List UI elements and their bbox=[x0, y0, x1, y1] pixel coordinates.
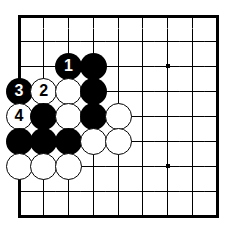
stone-black-2-5 bbox=[30, 103, 57, 130]
intersection-2-9[interactable] bbox=[31, 204, 56, 229]
move-number-label: 2 bbox=[39, 83, 48, 99]
intersection-3-1[interactable] bbox=[56, 4, 81, 29]
stone-white-1-5: 4 bbox=[6, 103, 33, 130]
intersection-6-4[interactable] bbox=[130, 79, 155, 104]
stone-black-4-3 bbox=[80, 53, 107, 80]
intersection-9-7[interactable] bbox=[205, 154, 230, 179]
move-number-label: 4 bbox=[15, 108, 24, 124]
move-number-label: 3 bbox=[15, 83, 24, 99]
stone-white-5-5 bbox=[105, 103, 132, 130]
intersection-8-6[interactable] bbox=[180, 129, 205, 154]
stone-black-3-3: 1 bbox=[55, 53, 82, 80]
intersection-9-5[interactable] bbox=[205, 104, 230, 129]
intersection-4-9[interactable] bbox=[81, 204, 106, 229]
intersection-7-6[interactable] bbox=[155, 129, 180, 154]
intersection-6-9[interactable] bbox=[130, 204, 155, 229]
intersection-9-8[interactable] bbox=[205, 179, 230, 204]
intersection-6-3[interactable] bbox=[130, 54, 155, 79]
intersection-9-2[interactable] bbox=[205, 29, 230, 54]
intersection-9-9[interactable] bbox=[205, 204, 230, 229]
intersection-1-8[interactable] bbox=[7, 179, 32, 204]
intersection-6-7[interactable] bbox=[130, 154, 155, 179]
intersection-7-2[interactable] bbox=[155, 29, 180, 54]
intersection-8-8[interactable] bbox=[180, 179, 205, 204]
stone-white-3-5 bbox=[55, 103, 82, 130]
stone-white-2-7 bbox=[30, 153, 57, 180]
intersection-6-8[interactable] bbox=[130, 179, 155, 204]
stone-white-4-6 bbox=[80, 128, 107, 155]
intersection-7-8[interactable] bbox=[155, 179, 180, 204]
intersection-8-5[interactable] bbox=[180, 104, 205, 129]
intersection-2-8[interactable] bbox=[31, 179, 56, 204]
intersection-5-2[interactable] bbox=[106, 29, 131, 54]
intersection-7-1[interactable] bbox=[155, 4, 180, 29]
stone-white-1-7 bbox=[6, 153, 33, 180]
intersection-1-2[interactable] bbox=[7, 29, 32, 54]
intersection-4-2[interactable] bbox=[81, 29, 106, 54]
intersection-7-5[interactable] bbox=[155, 104, 180, 129]
intersection-8-7[interactable] bbox=[180, 154, 205, 179]
intersection-6-2[interactable] bbox=[130, 29, 155, 54]
intersection-9-3[interactable] bbox=[205, 54, 230, 79]
intersection-5-3[interactable] bbox=[106, 54, 131, 79]
intersection-5-7[interactable] bbox=[106, 154, 131, 179]
intersection-3-9[interactable] bbox=[56, 204, 81, 229]
stone-black-1-6 bbox=[6, 128, 33, 155]
intersection-4-7[interactable] bbox=[81, 154, 106, 179]
intersection-8-1[interactable] bbox=[180, 4, 205, 29]
star-point bbox=[166, 164, 170, 168]
intersection-2-2[interactable] bbox=[31, 29, 56, 54]
stone-black-3-6 bbox=[55, 128, 82, 155]
intersection-8-4[interactable] bbox=[180, 79, 205, 104]
intersection-5-9[interactable] bbox=[106, 204, 131, 229]
stone-black-2-6 bbox=[30, 128, 57, 155]
intersection-5-1[interactable] bbox=[106, 4, 131, 29]
intersection-2-1[interactable] bbox=[31, 4, 56, 29]
intersection-1-1[interactable] bbox=[7, 4, 32, 29]
stone-white-3-7 bbox=[55, 153, 82, 180]
intersection-9-4[interactable] bbox=[205, 79, 230, 104]
star-point bbox=[166, 64, 170, 68]
stone-black-4-4 bbox=[80, 78, 107, 105]
stone-black-1-4: 3 bbox=[6, 78, 33, 105]
intersection-7-9[interactable] bbox=[155, 204, 180, 229]
intersection-4-8[interactable] bbox=[81, 179, 106, 204]
intersection-9-6[interactable] bbox=[205, 129, 230, 154]
stone-white-2-4: 2 bbox=[30, 78, 57, 105]
intersection-3-8[interactable] bbox=[56, 179, 81, 204]
intersection-3-2[interactable] bbox=[56, 29, 81, 54]
stone-white-3-4 bbox=[55, 78, 82, 105]
intersection-4-1[interactable] bbox=[81, 4, 106, 29]
intersection-5-4[interactable] bbox=[106, 79, 131, 104]
stone-black-4-5 bbox=[80, 103, 107, 130]
intersection-1-3[interactable] bbox=[7, 54, 32, 79]
intersection-9-1[interactable] bbox=[205, 4, 230, 29]
intersection-5-8[interactable] bbox=[106, 179, 131, 204]
intersection-8-3[interactable] bbox=[180, 54, 205, 79]
move-number-label: 1 bbox=[64, 58, 73, 74]
intersection-8-2[interactable] bbox=[180, 29, 205, 54]
intersection-6-1[interactable] bbox=[130, 4, 155, 29]
stone-white-5-6 bbox=[105, 128, 132, 155]
intersection-6-5[interactable] bbox=[130, 104, 155, 129]
go-diagram: 1324 bbox=[0, 0, 236, 236]
intersection-8-9[interactable] bbox=[180, 204, 205, 229]
intersection-2-3[interactable] bbox=[31, 54, 56, 79]
intersection-1-9[interactable] bbox=[7, 204, 32, 229]
intersection-6-6[interactable] bbox=[130, 129, 155, 154]
intersection-7-4[interactable] bbox=[155, 79, 180, 104]
